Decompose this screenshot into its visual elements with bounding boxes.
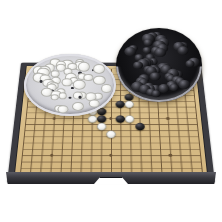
black-stone-heap: [116, 28, 202, 102]
white-bowl-stone: [73, 80, 85, 90]
white-bowl-stone: [89, 100, 100, 108]
black-stone-bowl[interactable]: [116, 28, 202, 102]
black-bowl-stone: [124, 47, 136, 56]
white-bowl-stone: [84, 74, 93, 81]
go-set-photo: [0, 0, 222, 222]
white-bowl-stone: [78, 62, 90, 72]
white-stone[interactable]: [97, 122, 106, 130]
white-stone-heap: [24, 54, 116, 116]
white-bowl-stone: [50, 94, 59, 101]
black-bowl-stone: [178, 80, 190, 89]
black-stone[interactable]: [116, 115, 125, 122]
black-stone[interactable]: [135, 122, 145, 130]
black-bowl-stone: [143, 39, 152, 46]
white-bowl-stone: [93, 64, 105, 73]
white-bowl-stone: [58, 105, 69, 114]
board-front-rim: [6, 172, 216, 184]
white-bowl-stone: [61, 78, 72, 87]
black-bowl-stone: [152, 90, 161, 97]
white-bowl-stone: [101, 84, 113, 93]
white-stone[interactable]: [106, 130, 115, 138]
board-clasp-notch: [94, 177, 128, 184]
black-bowl-stone: [186, 60, 195, 67]
black-bowl-stone: [169, 84, 178, 91]
black-stone[interactable]: [97, 115, 106, 122]
white-bowl-stone: [72, 102, 84, 111]
white-stone[interactable]: [125, 115, 134, 122]
black-bowl-stone: [133, 61, 143, 69]
black-bowl-stone: [154, 48, 166, 57]
black-bowl-stone: [177, 47, 188, 56]
bowl-gap-speck: [68, 97, 71, 99]
white-stone[interactable]: [87, 115, 96, 122]
white-bowl-stone: [59, 93, 68, 100]
black-bowl-stone: [150, 72, 161, 80]
white-stone-bowl[interactable]: [24, 54, 116, 116]
